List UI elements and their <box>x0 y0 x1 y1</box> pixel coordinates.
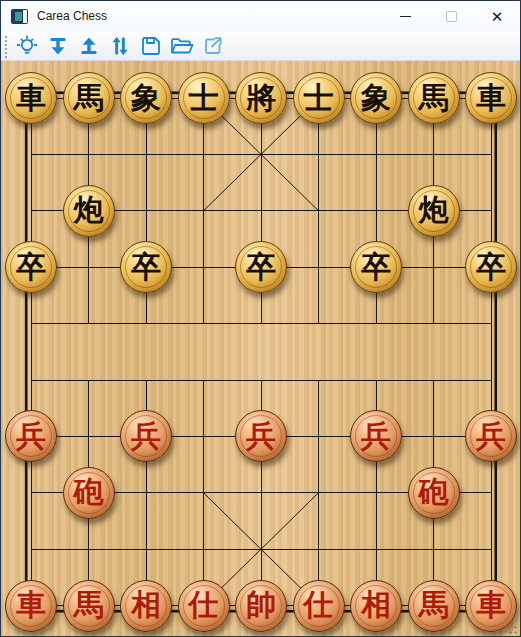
swap-sides-button[interactable] <box>104 32 135 60</box>
minimize-button[interactable] <box>382 1 428 31</box>
share-button[interactable] <box>197 32 228 60</box>
piece-glyph: 象 <box>131 83 161 113</box>
piece-glyph: 兵 <box>16 421 46 451</box>
minimize-icon <box>400 16 411 17</box>
piece-glyph: 相 <box>361 590 391 620</box>
piece-red-cannon[interactable]: 砲 <box>63 467 115 519</box>
piece-red-soldier[interactable]: 兵 <box>235 410 287 462</box>
piece-red-elephant[interactable]: 相 <box>120 580 172 632</box>
piece-glyph: 卒 <box>131 252 161 282</box>
app-icon-page <box>23 10 27 23</box>
window-controls: ✕ <box>382 1 520 31</box>
piece-black-soldier[interactable]: 卒 <box>5 241 57 293</box>
piece-black-soldier[interactable]: 卒 <box>120 241 172 293</box>
piece-red-general[interactable]: 帥 <box>235 580 287 632</box>
piece-glyph: 馬 <box>419 590 449 620</box>
piece-red-horse[interactable]: 馬 <box>408 580 460 632</box>
piece-glyph: 車 <box>476 83 506 113</box>
piece-black-advisor[interactable]: 士 <box>178 72 230 124</box>
piece-red-elephant[interactable]: 相 <box>350 580 402 632</box>
piece-black-chariot[interactable]: 車 <box>465 72 517 124</box>
piece-black-soldier[interactable]: 卒 <box>350 241 402 293</box>
piece-red-soldier[interactable]: 兵 <box>350 410 402 462</box>
floppy-disk-icon <box>139 34 163 58</box>
piece-black-chariot[interactable]: 車 <box>5 72 57 124</box>
piece-glyph: 卒 <box>246 252 276 282</box>
piece-glyph: 馬 <box>419 83 449 113</box>
piece-black-soldier[interactable]: 卒 <box>465 241 517 293</box>
piece-glyph: 帥 <box>246 590 276 620</box>
piece-glyph: 炮 <box>419 195 449 225</box>
piece-glyph: 馬 <box>74 83 104 113</box>
arrow-down-to-bar-icon <box>46 34 70 58</box>
arrows-up-down-icon <box>108 34 132 58</box>
toolbar <box>1 31 520 61</box>
piece-glyph: 士 <box>189 83 219 113</box>
piece-glyph: 士 <box>304 83 334 113</box>
piece-glyph: 象 <box>361 83 391 113</box>
piece-red-cannon[interactable]: 砲 <box>408 467 460 519</box>
piece-glyph: 馬 <box>74 590 104 620</box>
piece-red-soldier[interactable]: 兵 <box>465 410 517 462</box>
piece-red-chariot[interactable]: 車 <box>5 580 57 632</box>
close-button[interactable]: ✕ <box>474 1 520 31</box>
piece-glyph: 仕 <box>304 590 334 620</box>
maximize-button[interactable] <box>428 1 474 31</box>
lightbulb-icon <box>15 34 39 58</box>
xiangqi-board[interactable]: 車馬象士將士象馬車炮炮卒卒卒卒卒兵兵兵兵兵砲砲車馬相仕帥仕相馬車 <box>1 61 521 637</box>
piece-red-advisor[interactable]: 仕 <box>293 580 345 632</box>
piece-glyph: 兵 <box>246 421 276 451</box>
piece-red-horse[interactable]: 馬 <box>63 580 115 632</box>
piece-black-general[interactable]: 將 <box>235 72 287 124</box>
open-button[interactable] <box>166 32 197 60</box>
move-down-button[interactable] <box>42 32 73 60</box>
piece-glyph: 兵 <box>361 421 391 451</box>
piece-black-cannon[interactable]: 炮 <box>63 185 115 237</box>
app-window: Carea Chess ✕ <box>0 0 521 637</box>
piece-glyph: 車 <box>16 590 46 620</box>
piece-black-elephant[interactable]: 象 <box>120 72 172 124</box>
move-up-button[interactable] <box>73 32 104 60</box>
piece-glyph: 卒 <box>361 252 391 282</box>
title-bar: Carea Chess ✕ <box>1 1 520 31</box>
arrow-up-from-bar-icon <box>77 34 101 58</box>
piece-black-soldier[interactable]: 卒 <box>235 241 287 293</box>
piece-glyph: 兵 <box>131 421 161 451</box>
piece-glyph: 車 <box>476 590 506 620</box>
piece-red-advisor[interactable]: 仕 <box>178 580 230 632</box>
save-button[interactable] <box>135 32 166 60</box>
piece-glyph: 卒 <box>476 252 506 282</box>
maximize-icon <box>446 11 457 22</box>
piece-glyph: 相 <box>131 590 161 620</box>
piece-black-elephant[interactable]: 象 <box>350 72 402 124</box>
piece-glyph: 卒 <box>16 252 46 282</box>
toolbar-grip[interactable] <box>3 34 8 58</box>
close-icon: ✕ <box>491 9 504 24</box>
piece-glyph: 砲 <box>74 477 104 507</box>
hint-button[interactable] <box>11 32 42 60</box>
piece-black-cannon[interactable]: 炮 <box>408 185 460 237</box>
piece-black-advisor[interactable]: 士 <box>293 72 345 124</box>
piece-glyph: 車 <box>16 83 46 113</box>
piece-red-soldier[interactable]: 兵 <box>120 410 172 462</box>
piece-glyph: 炮 <box>74 195 104 225</box>
piece-black-horse[interactable]: 馬 <box>63 72 115 124</box>
piece-red-chariot[interactable]: 車 <box>465 580 517 632</box>
piece-red-soldier[interactable]: 兵 <box>5 410 57 462</box>
pieces-layer: 車馬象士將士象馬車炮炮卒卒卒卒卒兵兵兵兵兵砲砲車馬相仕帥仕相馬車 <box>1 61 521 637</box>
piece-glyph: 將 <box>246 83 276 113</box>
piece-glyph: 砲 <box>419 477 449 507</box>
export-arrow-icon <box>201 34 225 58</box>
window-title: Carea Chess <box>37 9 107 23</box>
app-icon <box>11 9 28 24</box>
app-icon-inner <box>15 12 22 21</box>
piece-glyph: 兵 <box>476 421 506 451</box>
open-folder-icon <box>169 34 195 58</box>
piece-glyph: 仕 <box>189 590 219 620</box>
piece-black-horse[interactable]: 馬 <box>408 72 460 124</box>
